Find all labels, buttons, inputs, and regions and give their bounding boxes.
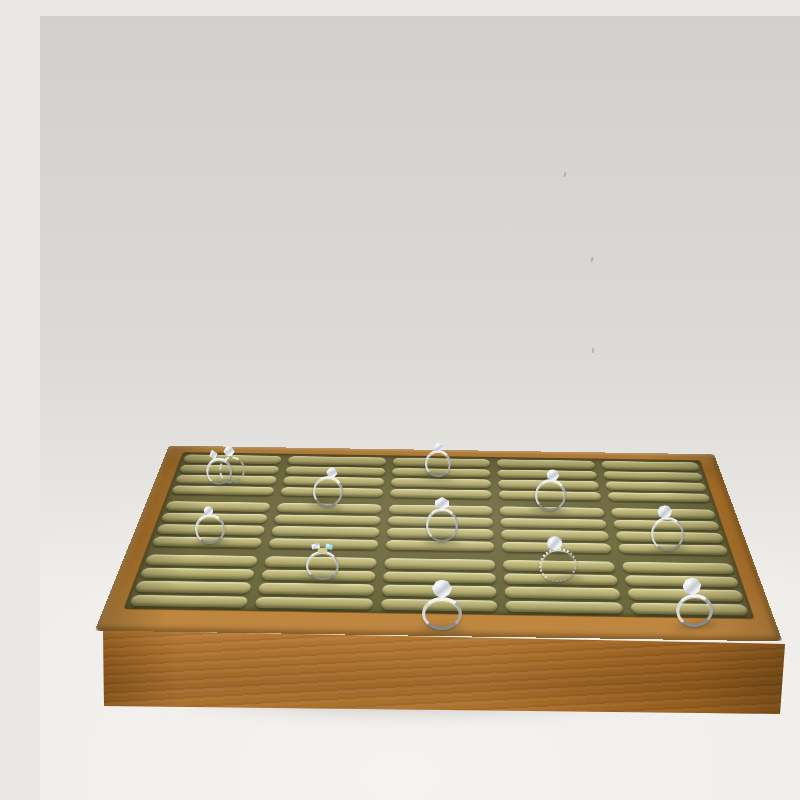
ring-band <box>426 508 458 542</box>
aquamarine-baguette-stone <box>325 543 333 550</box>
ring-band <box>422 597 462 630</box>
rings-layer <box>40 16 800 800</box>
studio-photo-scene: Overhead-angle studio photo of a rectang… <box>40 16 800 800</box>
baguette-diamond <box>311 542 320 549</box>
ring-band <box>305 550 339 580</box>
ring-band <box>424 449 452 478</box>
pear-halo-stone <box>223 445 235 456</box>
round-diamond <box>432 580 452 599</box>
